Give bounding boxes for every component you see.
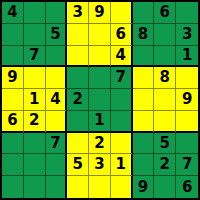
cell-r4c4[interactable] [67, 67, 89, 89]
cell-r6c4[interactable] [67, 111, 89, 133]
cell-r2c8[interactable] [154, 24, 176, 46]
cell-r3c2[interactable]: 7 [24, 46, 46, 68]
cell-r9c5[interactable] [89, 176, 111, 198]
cell-r9c4[interactable] [67, 176, 89, 198]
cell-r5c2[interactable]: 1 [24, 89, 46, 111]
cell-r9c6[interactable] [111, 176, 133, 198]
cell-r8c1[interactable] [2, 154, 24, 176]
cell-r1c8[interactable]: 6 [154, 2, 176, 24]
cell-r3c8[interactable] [154, 46, 176, 68]
cell-r6c7[interactable] [133, 111, 155, 133]
cell-r2c6[interactable]: 6 [111, 24, 133, 46]
cell-r1c4[interactable]: 3 [67, 2, 89, 24]
cell-r2c9[interactable]: 3 [176, 24, 198, 46]
cell-r1c2[interactable] [24, 2, 46, 24]
cell-r5c3[interactable]: 4 [46, 89, 68, 111]
cell-r7c9[interactable] [176, 133, 198, 155]
cell-r5c4[interactable]: 2 [67, 89, 89, 111]
cell-r3c6[interactable]: 4 [111, 46, 133, 68]
cell-r2c5[interactable] [89, 24, 111, 46]
cell-r3c7[interactable] [133, 46, 155, 68]
cell-r6c2[interactable]: 2 [24, 111, 46, 133]
cell-r9c8[interactable] [154, 176, 176, 198]
cell-r2c3[interactable]: 5 [46, 24, 68, 46]
sudoku-board: 4396568374197814296217255312796 [0, 0, 200, 200]
cell-r8c8[interactable]: 2 [154, 154, 176, 176]
cell-r4c6[interactable]: 7 [111, 67, 133, 89]
cell-r5c6[interactable] [111, 89, 133, 111]
cell-r8c2[interactable] [24, 154, 46, 176]
cell-r7c2[interactable] [24, 133, 46, 155]
cell-r7c6[interactable] [111, 133, 133, 155]
cell-r5c8[interactable] [154, 89, 176, 111]
cell-r5c7[interactable] [133, 89, 155, 111]
cell-r6c1[interactable]: 6 [2, 111, 24, 133]
cell-r1c7[interactable] [133, 2, 155, 24]
cell-r3c1[interactable] [2, 46, 24, 68]
cell-r8c7[interactable] [133, 154, 155, 176]
cell-r1c9[interactable] [176, 2, 198, 24]
cell-r9c1[interactable] [2, 176, 24, 198]
cell-r6c6[interactable] [111, 111, 133, 133]
cell-r9c7[interactable]: 9 [133, 176, 155, 198]
cell-r7c3[interactable]: 7 [46, 133, 68, 155]
cell-r3c9[interactable]: 1 [176, 46, 198, 68]
cell-r6c9[interactable] [176, 111, 198, 133]
cell-r7c4[interactable] [67, 133, 89, 155]
cell-r2c2[interactable] [24, 24, 46, 46]
cell-r6c8[interactable] [154, 111, 176, 133]
cell-r3c3[interactable] [46, 46, 68, 68]
cell-r4c5[interactable] [89, 67, 111, 89]
cell-r4c3[interactable] [46, 67, 68, 89]
cell-r8c4[interactable]: 5 [67, 154, 89, 176]
cell-r2c4[interactable] [67, 24, 89, 46]
cell-r8c5[interactable]: 3 [89, 154, 111, 176]
cell-r8c3[interactable] [46, 154, 68, 176]
cell-r8c6[interactable]: 1 [111, 154, 133, 176]
cell-r7c7[interactable] [133, 133, 155, 155]
cell-r7c5[interactable]: 2 [89, 133, 111, 155]
cell-r2c1[interactable] [2, 24, 24, 46]
cell-r3c5[interactable] [89, 46, 111, 68]
cell-r5c1[interactable] [2, 89, 24, 111]
cell-r5c5[interactable] [89, 89, 111, 111]
cell-r5c9[interactable]: 9 [176, 89, 198, 111]
cell-r1c3[interactable] [46, 2, 68, 24]
cell-r3c4[interactable] [67, 46, 89, 68]
cell-r4c1[interactable]: 9 [2, 67, 24, 89]
cell-r2c7[interactable]: 8 [133, 24, 155, 46]
cell-r4c2[interactable] [24, 67, 46, 89]
cell-r6c3[interactable] [46, 111, 68, 133]
cell-r9c3[interactable] [46, 176, 68, 198]
cell-r7c8[interactable]: 5 [154, 133, 176, 155]
cell-r1c5[interactable]: 9 [89, 2, 111, 24]
cell-r4c7[interactable] [133, 67, 155, 89]
cell-r9c9[interactable]: 6 [176, 176, 198, 198]
cell-r7c1[interactable] [2, 133, 24, 155]
cell-r6c5[interactable]: 1 [89, 111, 111, 133]
cell-r1c1[interactable]: 4 [2, 2, 24, 24]
cell-r1c6[interactable] [111, 2, 133, 24]
cell-r4c8[interactable]: 8 [154, 67, 176, 89]
cell-r8c9[interactable]: 7 [176, 154, 198, 176]
cell-r4c9[interactable] [176, 67, 198, 89]
cell-r9c2[interactable] [24, 176, 46, 198]
